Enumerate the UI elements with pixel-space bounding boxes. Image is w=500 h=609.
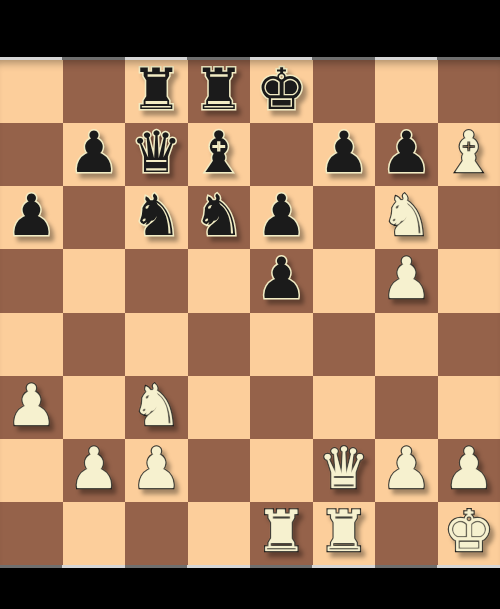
square-c6[interactable]: ♞ [125, 186, 188, 249]
black-pawn[interactable]: ♟ [381, 124, 432, 181]
black-king[interactable]: ♚ [256, 61, 307, 118]
square-h4[interactable] [438, 313, 500, 376]
square-f8[interactable] [313, 60, 376, 123]
white-queen[interactable]: ♛ [318, 440, 369, 497]
square-d1[interactable] [188, 502, 251, 565]
square-c7[interactable]: ♛ [125, 123, 188, 186]
square-b6[interactable] [63, 186, 126, 249]
chess-board: ♜♜♚♟♛♝♟♟♝♟♞♞♟♞♟♟♟♞♟♟♛♟♟♜♜♚ [0, 57, 500, 568]
black-pawn[interactable]: ♟ [6, 187, 57, 244]
white-knight[interactable]: ♞ [131, 377, 182, 434]
square-a7[interactable] [0, 123, 63, 186]
square-h7[interactable]: ♝ [438, 123, 500, 186]
board-bottom-edge [0, 565, 500, 568]
white-pawn[interactable]: ♟ [381, 440, 432, 497]
square-h6[interactable] [438, 186, 500, 249]
black-knight[interactable]: ♞ [193, 187, 244, 244]
white-pawn[interactable]: ♟ [381, 250, 432, 307]
black-pawn[interactable]: ♟ [256, 187, 307, 244]
square-b7[interactable]: ♟ [63, 123, 126, 186]
square-a6[interactable]: ♟ [0, 186, 63, 249]
square-f3[interactable] [313, 376, 376, 439]
square-e3[interactable] [250, 376, 313, 439]
square-b1[interactable] [63, 502, 126, 565]
black-rook[interactable]: ♜ [193, 61, 244, 118]
square-e2[interactable] [250, 439, 313, 502]
square-c3[interactable]: ♞ [125, 376, 188, 439]
white-pawn[interactable]: ♟ [68, 440, 119, 497]
square-b5[interactable] [63, 249, 126, 312]
square-f5[interactable] [313, 249, 376, 312]
square-c5[interactable] [125, 249, 188, 312]
square-h5[interactable] [438, 249, 500, 312]
square-f1[interactable]: ♜ [313, 502, 376, 565]
square-h2[interactable]: ♟ [438, 439, 500, 502]
white-king[interactable]: ♚ [443, 503, 494, 560]
square-f7[interactable]: ♟ [313, 123, 376, 186]
square-a8[interactable] [0, 60, 63, 123]
black-rook[interactable]: ♜ [131, 61, 182, 118]
square-g5[interactable]: ♟ [375, 249, 438, 312]
square-d2[interactable] [188, 439, 251, 502]
white-pawn[interactable]: ♟ [6, 377, 57, 434]
square-b2[interactable]: ♟ [63, 439, 126, 502]
square-a5[interactable] [0, 249, 63, 312]
chess-app-window: ♜♜♚♟♛♝♟♟♝♟♞♞♟♞♟♟♟♞♟♟♛♟♟♜♜♚ [0, 0, 500, 609]
white-pawn[interactable]: ♟ [131, 440, 182, 497]
square-c8[interactable]: ♜ [125, 60, 188, 123]
square-h3[interactable] [438, 376, 500, 439]
white-rook[interactable]: ♜ [318, 503, 369, 560]
square-c2[interactable]: ♟ [125, 439, 188, 502]
square-e6[interactable]: ♟ [250, 186, 313, 249]
square-c4[interactable] [125, 313, 188, 376]
square-d8[interactable]: ♜ [188, 60, 251, 123]
square-f6[interactable] [313, 186, 376, 249]
square-e1[interactable]: ♜ [250, 502, 313, 565]
black-pawn[interactable]: ♟ [318, 124, 369, 181]
square-e7[interactable] [250, 123, 313, 186]
square-e5[interactable]: ♟ [250, 249, 313, 312]
square-d6[interactable]: ♞ [188, 186, 251, 249]
square-g7[interactable]: ♟ [375, 123, 438, 186]
white-bishop[interactable]: ♝ [443, 124, 494, 181]
black-knight[interactable]: ♞ [131, 187, 182, 244]
square-g6[interactable]: ♞ [375, 186, 438, 249]
square-g1[interactable] [375, 502, 438, 565]
square-h8[interactable] [438, 60, 500, 123]
square-c1[interactable] [125, 502, 188, 565]
square-a3[interactable]: ♟ [0, 376, 63, 439]
square-d4[interactable] [188, 313, 251, 376]
square-g4[interactable] [375, 313, 438, 376]
square-g3[interactable] [375, 376, 438, 439]
square-d7[interactable]: ♝ [188, 123, 251, 186]
square-f4[interactable] [313, 313, 376, 376]
square-a4[interactable] [0, 313, 63, 376]
square-g2[interactable]: ♟ [375, 439, 438, 502]
white-rook[interactable]: ♜ [256, 503, 307, 560]
black-pawn[interactable]: ♟ [256, 250, 307, 307]
square-e4[interactable] [250, 313, 313, 376]
square-e8[interactable]: ♚ [250, 60, 313, 123]
square-d5[interactable] [188, 249, 251, 312]
square-b4[interactable] [63, 313, 126, 376]
black-pawn[interactable]: ♟ [68, 124, 119, 181]
square-g8[interactable] [375, 60, 438, 123]
square-d3[interactable] [188, 376, 251, 439]
square-b3[interactable] [63, 376, 126, 439]
white-knight[interactable]: ♞ [381, 187, 432, 244]
white-pawn[interactable]: ♟ [443, 440, 494, 497]
board-grid: ♜♜♚♟♛♝♟♟♝♟♞♞♟♞♟♟♟♞♟♟♛♟♟♜♜♚ [0, 60, 500, 565]
square-a2[interactable] [0, 439, 63, 502]
square-b8[interactable] [63, 60, 126, 123]
square-h1[interactable]: ♚ [438, 502, 500, 565]
black-bishop[interactable]: ♝ [193, 124, 244, 181]
square-a1[interactable] [0, 502, 63, 565]
square-f2[interactable]: ♛ [313, 439, 376, 502]
black-queen[interactable]: ♛ [131, 124, 182, 181]
